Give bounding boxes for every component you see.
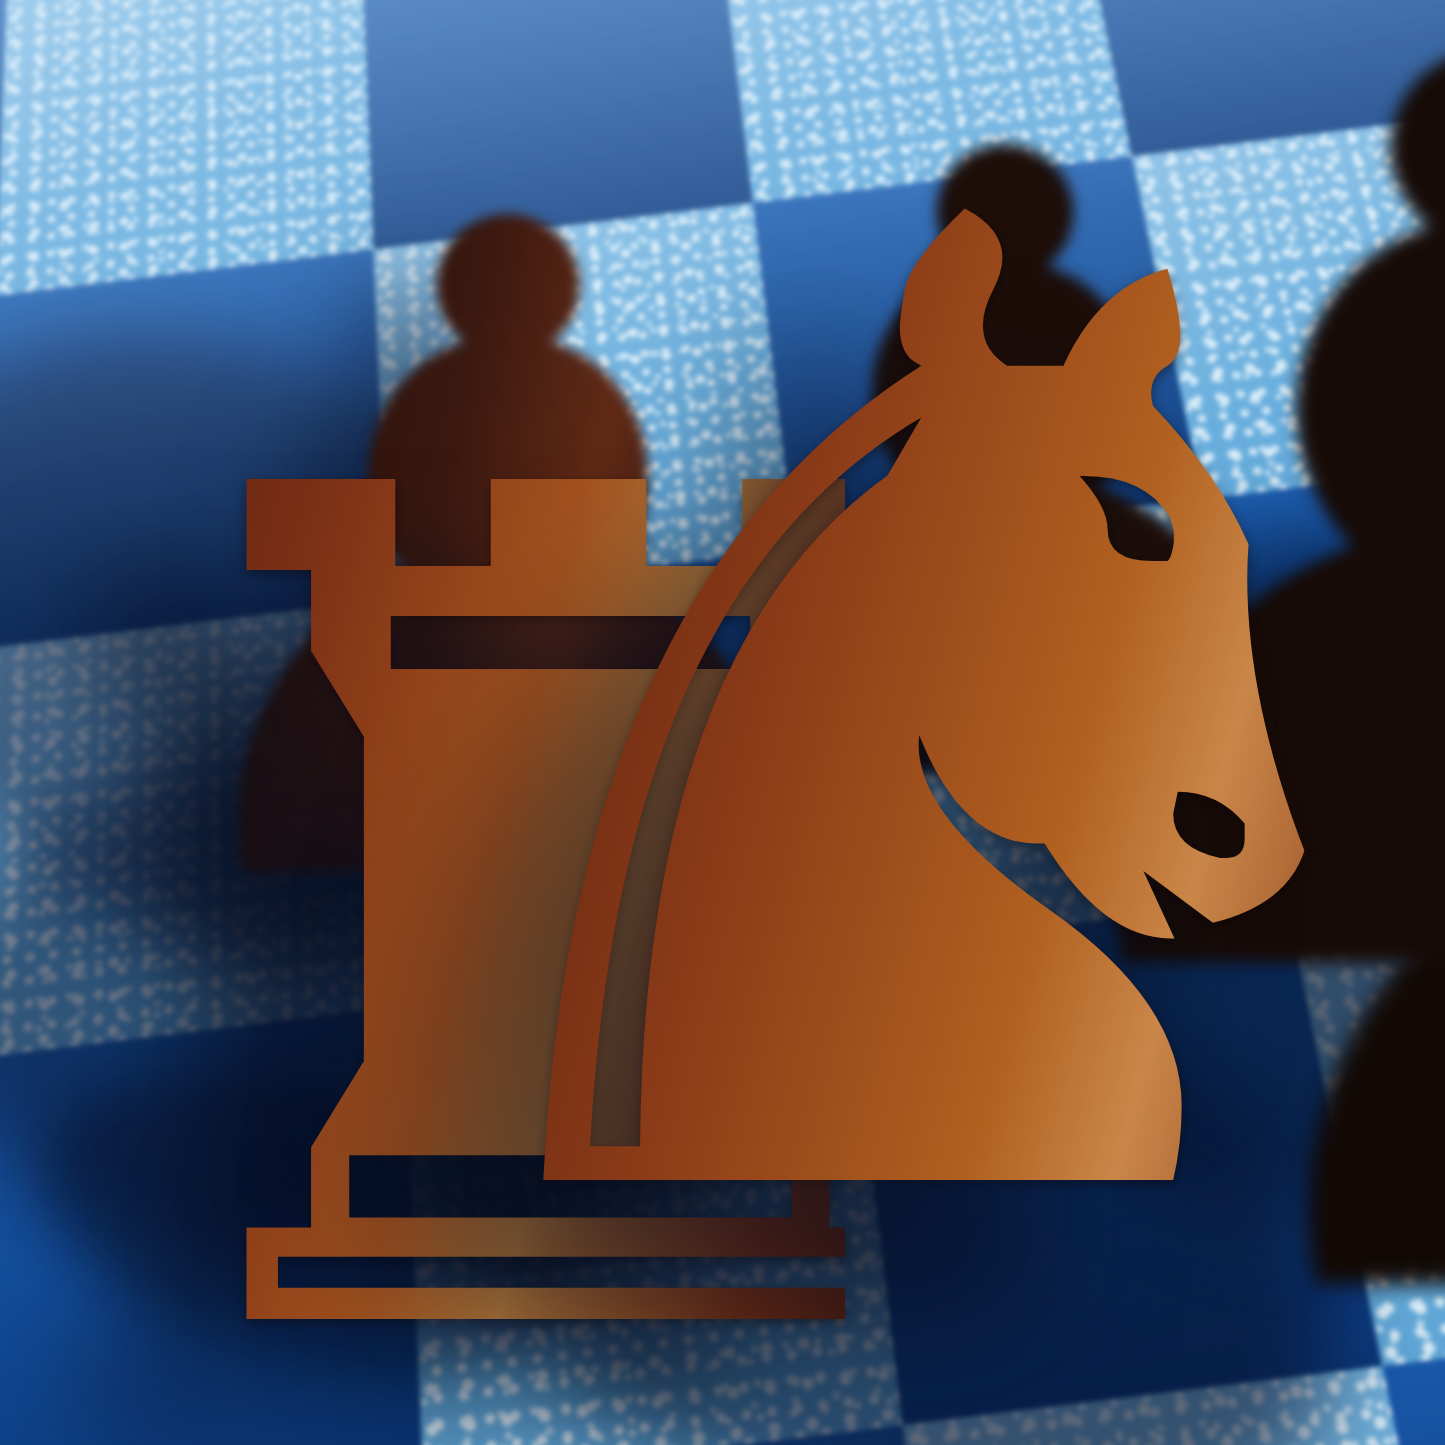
chessboard-photo-scene: ♟ ♟ ♟ ♟ ♜ ♞ bbox=[0, 0, 1445, 1445]
dark-knight[interactable]: ♞ bbox=[520, 55, 1445, 1385]
